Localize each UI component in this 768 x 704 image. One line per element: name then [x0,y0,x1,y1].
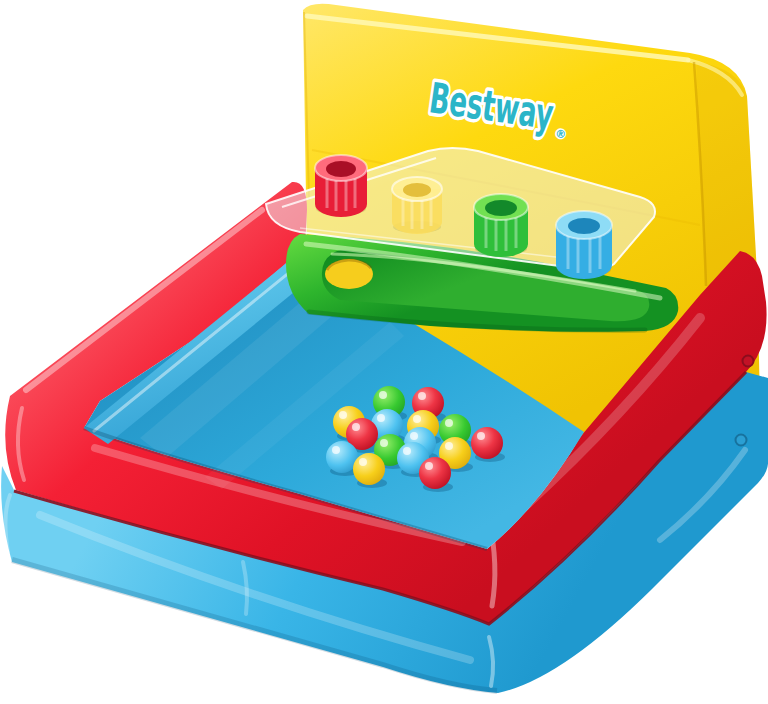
ball-highlight [377,414,385,422]
ball-highlight [380,439,388,447]
ball-highlight [425,462,433,470]
cup-hole [485,200,517,216]
ball-highlight [352,423,360,431]
ball-highlight [332,446,340,454]
ball-highlight [445,419,453,427]
cup-holder-blue [556,211,612,279]
ball-red [471,427,503,459]
cup-holder-yellow [392,177,442,234]
base-valve-icon [736,435,747,446]
ball-highlight [477,432,485,440]
scene-svg: Bestway ® [0,0,768,704]
cup-hole [326,161,356,177]
product-photo-stage: Bestway ® [0,0,768,704]
ball-highlight [418,392,426,400]
ball-yellow [353,453,385,485]
ball-highlight [410,432,418,440]
ball-highlight [445,442,453,450]
brand-registered-icon: ® [554,127,567,141]
ball-highlight [339,411,347,419]
cup-hole [403,183,431,197]
ball-highlight [403,447,411,455]
cup-holder-red [315,155,367,217]
cup-hole [568,218,600,234]
ball-red [419,457,451,489]
ball-highlight [413,415,421,423]
cup-holder-green [474,194,528,257]
rim-valve-icon [743,356,754,367]
ball-highlight [359,458,367,466]
ball-highlight [379,391,387,399]
